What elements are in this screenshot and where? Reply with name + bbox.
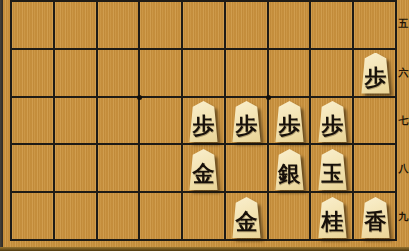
board-cell-8-6[interactable]	[55, 50, 96, 96]
board-cell-8-8[interactable]	[55, 145, 96, 191]
rank-label-7: 七	[398, 116, 409, 126]
star-point	[137, 95, 142, 100]
board-cell-9-7[interactable]	[12, 98, 53, 144]
board-cell-2-5[interactable]	[311, 2, 352, 48]
board-cell-3-9[interactable]	[269, 193, 310, 239]
board-cell-5-5[interactable]	[183, 2, 224, 48]
board-cell-7-9[interactable]	[98, 193, 139, 239]
board-cell-7-6[interactable]	[98, 50, 139, 96]
rank-label-8: 八	[398, 164, 409, 174]
rank-label-6: 六	[398, 68, 409, 78]
board-cell-8-7[interactable]	[55, 98, 96, 144]
board-cell-6-6[interactable]	[140, 50, 181, 96]
board-cell-1-7[interactable]	[354, 98, 395, 144]
board-cell-9-5[interactable]	[12, 2, 53, 48]
board-cell-6-9[interactable]	[140, 193, 181, 239]
board-cell-6-7[interactable]	[140, 98, 181, 144]
board-cell-7-8[interactable]	[98, 145, 139, 191]
board-cell-3-5[interactable]	[269, 2, 310, 48]
board-cell-3-6[interactable]	[269, 50, 310, 96]
board-cell-4-8[interactable]	[226, 145, 267, 191]
board-cell-8-5[interactable]	[55, 2, 96, 48]
board-cell-5-9[interactable]	[183, 193, 224, 239]
board-cell-6-5[interactable]	[140, 2, 181, 48]
board-cell-5-6[interactable]	[183, 50, 224, 96]
board-cell-8-9[interactable]	[55, 193, 96, 239]
board-cell-4-6[interactable]	[226, 50, 267, 96]
board-cell-7-5[interactable]	[98, 2, 139, 48]
board-bottom-edge	[0, 247, 409, 251]
board-cell-4-5[interactable]	[226, 2, 267, 48]
star-point	[266, 95, 271, 100]
board-left-edge	[0, 0, 3, 251]
board-cell-9-8[interactable]	[12, 145, 53, 191]
board-cell-9-9[interactable]	[12, 193, 53, 239]
board-cell-2-6[interactable]	[311, 50, 352, 96]
board-cell-9-6[interactable]	[12, 50, 53, 96]
rank-label-5: 五	[398, 19, 409, 29]
rank-label-9: 九	[398, 212, 409, 222]
board-cell-1-5[interactable]	[354, 2, 395, 48]
board-cell-6-8[interactable]	[140, 145, 181, 191]
board-cell-1-8[interactable]	[354, 145, 395, 191]
board-cell-7-7[interactable]	[98, 98, 139, 144]
shogi-board: 歩歩歩歩歩金銀玉金桂香五六七八九	[0, 0, 409, 251]
